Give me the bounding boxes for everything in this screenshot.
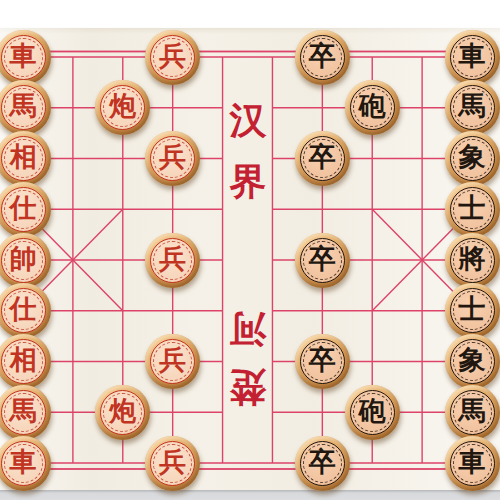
piece-character: 兵	[159, 246, 186, 273]
piece-face: 車	[1, 35, 46, 80]
piece-character: 兵	[159, 347, 186, 374]
piece-character: 砲	[359, 398, 386, 425]
piece-face: 帥	[1, 238, 46, 283]
piece-face: 象	[450, 136, 495, 181]
piece-face: 車	[450, 441, 495, 486]
piece-character: 仕	[10, 195, 37, 222]
piece-face: 仕	[1, 288, 46, 333]
piece-character: 相	[10, 144, 37, 171]
piece-red-chariot-b[interactable]: 車	[0, 436, 51, 491]
piece-face: 兵	[150, 441, 195, 486]
piece-character: 砲	[359, 93, 386, 120]
piece-black-horse-a[interactable]: 馬	[445, 80, 500, 135]
piece-face: 馬	[1, 390, 46, 435]
piece-face: 兵	[150, 136, 195, 181]
piece-character: 馬	[10, 398, 37, 425]
piece-face: 相	[1, 136, 46, 181]
piece-red-elephant-b[interactable]: 相	[0, 334, 51, 389]
piece-character: 象	[459, 347, 486, 374]
piece-face: 象	[450, 339, 495, 384]
piece-face: 車	[1, 441, 46, 486]
piece-character: 車	[459, 43, 486, 70]
piece-black-horse-b[interactable]: 馬	[445, 385, 500, 440]
piece-black-cannon-b[interactable]: 砲	[345, 385, 400, 440]
piece-black-general[interactable]: 將	[445, 233, 500, 288]
piece-character: 兵	[159, 144, 186, 171]
piece-face: 炮	[100, 85, 145, 130]
piece-character: 卒	[309, 144, 336, 171]
piece-black-advisor-b[interactable]: 士	[445, 283, 500, 338]
piece-red-horse-b[interactable]: 馬	[0, 385, 51, 440]
piece-red-soldier-d[interactable]: 兵	[145, 334, 200, 389]
piece-black-soldier-a[interactable]: 卒	[295, 30, 350, 85]
piece-red-soldier-a[interactable]: 兵	[145, 30, 200, 85]
piece-black-soldier-b[interactable]: 卒	[295, 131, 350, 186]
piece-black-soldier-c[interactable]: 卒	[295, 233, 350, 288]
piece-black-chariot-a[interactable]: 車	[445, 30, 500, 85]
piece-face: 卒	[300, 441, 345, 486]
piece-character: 馬	[459, 398, 486, 425]
piece-character: 士	[459, 296, 486, 323]
piece-black-cannon-a[interactable]: 砲	[345, 80, 400, 135]
river-char-chu: 楚	[230, 369, 267, 406]
piece-character: 士	[459, 195, 486, 222]
piece-face: 卒	[300, 238, 345, 283]
river-label-chu-he: 楚 河	[222, 311, 274, 406]
piece-character: 車	[10, 449, 37, 476]
piece-red-cannon-b[interactable]: 炮	[95, 385, 150, 440]
piece-red-soldier-e[interactable]: 兵	[145, 436, 200, 491]
piece-face: 卒	[300, 136, 345, 181]
river-label-han-jie: 汉 界	[222, 102, 274, 200]
piece-character: 象	[459, 144, 486, 171]
piece-character: 將	[459, 246, 486, 273]
piece-face: 士	[450, 288, 495, 333]
piece-face: 兵	[150, 238, 195, 283]
piece-face: 仕	[1, 187, 46, 232]
piece-character: 卒	[309, 246, 336, 273]
piece-face: 馬	[1, 85, 46, 130]
board-photo: 汉 界 楚 河 車馬相仕帥仕相馬車炮炮兵兵兵兵兵卒卒卒卒卒砲砲車馬象士將士象馬車	[0, 0, 500, 500]
piece-black-chariot-b[interactable]: 車	[445, 436, 500, 491]
piece-face: 相	[1, 339, 46, 384]
river-char-jie: 界	[230, 163, 267, 200]
piece-black-soldier-d[interactable]: 卒	[295, 334, 350, 389]
river-char-han: 汉	[230, 102, 267, 139]
piece-red-soldier-c[interactable]: 兵	[145, 233, 200, 288]
piece-character: 卒	[309, 449, 336, 476]
piece-black-elephant-a[interactable]: 象	[445, 131, 500, 186]
piece-red-general[interactable]: 帥	[0, 233, 51, 288]
piece-character: 馬	[10, 93, 37, 120]
piece-face: 車	[450, 35, 495, 80]
piece-face: 兵	[150, 35, 195, 80]
piece-character: 帥	[10, 246, 37, 273]
piece-face: 炮	[100, 390, 145, 435]
piece-character: 炮	[109, 398, 136, 425]
piece-character: 車	[10, 43, 37, 70]
piece-black-elephant-b[interactable]: 象	[445, 334, 500, 389]
piece-red-chariot-a[interactable]: 車	[0, 30, 51, 85]
piece-character: 車	[459, 449, 486, 476]
piece-face: 砲	[350, 85, 395, 130]
piece-character: 相	[10, 347, 37, 374]
river-char-he: 河	[230, 311, 267, 348]
piece-face: 馬	[450, 85, 495, 130]
piece-red-soldier-b[interactable]: 兵	[145, 131, 200, 186]
piece-face: 卒	[300, 339, 345, 384]
piece-face: 卒	[300, 35, 345, 80]
piece-face: 士	[450, 187, 495, 232]
piece-red-elephant-a[interactable]: 相	[0, 131, 51, 186]
piece-face: 砲	[350, 390, 395, 435]
piece-character: 兵	[159, 449, 186, 476]
board-grid	[0, 0, 500, 500]
piece-red-advisor-a[interactable]: 仕	[0, 182, 51, 237]
piece-character: 卒	[309, 347, 336, 374]
piece-character: 仕	[10, 296, 37, 323]
piece-face: 馬	[450, 390, 495, 435]
piece-character: 馬	[459, 93, 486, 120]
piece-face: 兵	[150, 339, 195, 384]
piece-face: 將	[450, 238, 495, 283]
piece-black-advisor-a[interactable]: 士	[445, 182, 500, 237]
piece-black-soldier-e[interactable]: 卒	[295, 436, 350, 491]
piece-character: 兵	[159, 43, 186, 70]
piece-character: 卒	[309, 43, 336, 70]
piece-character: 炮	[109, 93, 136, 120]
